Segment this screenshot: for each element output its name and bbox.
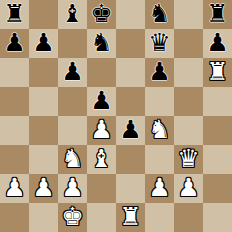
square-e1[interactable]: ♜	[116, 203, 145, 232]
square-e3[interactable]	[116, 145, 145, 174]
piece-black-rook[interactable]: ♜	[3, 0, 25, 28]
square-h7[interactable]: ♟	[203, 29, 232, 58]
piece-white-bishop[interactable]: ♝	[90, 144, 112, 173]
square-b8[interactable]	[29, 0, 58, 29]
piece-black-queen[interactable]: ♛	[148, 28, 170, 57]
piece-white-king[interactable]: ♚	[61, 202, 83, 231]
square-h6[interactable]: ♜	[203, 58, 232, 87]
square-g6[interactable]	[174, 58, 203, 87]
square-a6[interactable]	[0, 58, 29, 87]
square-b1[interactable]	[29, 203, 58, 232]
square-e7[interactable]	[116, 29, 145, 58]
square-e2[interactable]	[116, 174, 145, 203]
piece-white-rook[interactable]: ♜	[119, 202, 141, 231]
piece-black-pawn[interactable]: ♟	[61, 57, 83, 86]
square-c2[interactable]: ♟	[58, 174, 87, 203]
piece-black-rook[interactable]: ♜	[206, 0, 228, 28]
square-a2[interactable]: ♟	[0, 174, 29, 203]
square-b5[interactable]	[29, 87, 58, 116]
square-d3[interactable]: ♝	[87, 145, 116, 174]
chess-board-container: ♜♝♚♞♜♟♟♞♛♟♟♟♜♟♟♟♞♞♝♛♟♟♟♟♟♚♜	[0, 0, 232, 232]
square-e8[interactable]	[116, 0, 145, 29]
square-h2[interactable]	[203, 174, 232, 203]
square-e6[interactable]	[116, 58, 145, 87]
square-h1[interactable]	[203, 203, 232, 232]
piece-white-pawn[interactable]: ♟	[148, 173, 170, 202]
square-f1[interactable]	[145, 203, 174, 232]
square-h3[interactable]	[203, 145, 232, 174]
square-d2[interactable]	[87, 174, 116, 203]
square-b7[interactable]: ♟	[29, 29, 58, 58]
square-g8[interactable]	[174, 0, 203, 29]
square-h8[interactable]: ♜	[203, 0, 232, 29]
piece-black-pawn[interactable]: ♟	[148, 57, 170, 86]
piece-white-pawn[interactable]: ♟	[177, 173, 199, 202]
square-c3[interactable]: ♞	[58, 145, 87, 174]
piece-black-pawn[interactable]: ♟	[119, 115, 141, 144]
piece-black-pawn[interactable]: ♟	[206, 28, 228, 57]
square-e4[interactable]: ♟	[116, 116, 145, 145]
square-g1[interactable]	[174, 203, 203, 232]
square-a3[interactable]	[0, 145, 29, 174]
square-a5[interactable]	[0, 87, 29, 116]
piece-white-queen[interactable]: ♛	[177, 144, 199, 173]
square-g5[interactable]	[174, 87, 203, 116]
piece-black-king[interactable]: ♚	[90, 0, 112, 28]
chess-board: ♜♝♚♞♜♟♟♞♛♟♟♟♜♟♟♟♞♞♝♛♟♟♟♟♟♚♜	[0, 0, 232, 232]
square-f3[interactable]	[145, 145, 174, 174]
square-c6[interactable]: ♟	[58, 58, 87, 87]
piece-white-pawn[interactable]: ♟	[32, 173, 54, 202]
square-a1[interactable]	[0, 203, 29, 232]
square-d5[interactable]: ♟	[87, 87, 116, 116]
square-b6[interactable]	[29, 58, 58, 87]
square-g3[interactable]: ♛	[174, 145, 203, 174]
piece-black-pawn[interactable]: ♟	[3, 28, 25, 57]
square-g7[interactable]	[174, 29, 203, 58]
square-f5[interactable]	[145, 87, 174, 116]
piece-black-knight[interactable]: ♞	[148, 0, 170, 28]
square-e5[interactable]	[116, 87, 145, 116]
piece-white-rook[interactable]: ♜	[206, 57, 228, 86]
square-f2[interactable]: ♟	[145, 174, 174, 203]
square-c8[interactable]: ♝	[58, 0, 87, 29]
piece-white-knight[interactable]: ♞	[148, 115, 170, 144]
square-d4[interactable]: ♟	[87, 116, 116, 145]
piece-black-pawn[interactable]: ♟	[90, 86, 112, 115]
square-d8[interactable]: ♚	[87, 0, 116, 29]
square-c7[interactable]	[58, 29, 87, 58]
square-d6[interactable]	[87, 58, 116, 87]
square-c1[interactable]: ♚	[58, 203, 87, 232]
square-f4[interactable]: ♞	[145, 116, 174, 145]
square-c4[interactable]	[58, 116, 87, 145]
square-a7[interactable]: ♟	[0, 29, 29, 58]
square-c5[interactable]	[58, 87, 87, 116]
piece-black-bishop[interactable]: ♝	[61, 0, 83, 28]
square-g4[interactable]	[174, 116, 203, 145]
square-f8[interactable]: ♞	[145, 0, 174, 29]
square-h5[interactable]	[203, 87, 232, 116]
square-b3[interactable]	[29, 145, 58, 174]
square-g2[interactable]: ♟	[174, 174, 203, 203]
square-b2[interactable]: ♟	[29, 174, 58, 203]
square-a4[interactable]	[0, 116, 29, 145]
square-d1[interactable]	[87, 203, 116, 232]
square-d7[interactable]: ♞	[87, 29, 116, 58]
piece-black-pawn[interactable]: ♟	[32, 28, 54, 57]
piece-white-knight[interactable]: ♞	[61, 144, 83, 173]
piece-black-knight[interactable]: ♞	[90, 28, 112, 57]
square-f7[interactable]: ♛	[145, 29, 174, 58]
square-a8[interactable]: ♜	[0, 0, 29, 29]
square-f6[interactable]: ♟	[145, 58, 174, 87]
piece-white-pawn[interactable]: ♟	[90, 115, 112, 144]
piece-white-pawn[interactable]: ♟	[3, 173, 25, 202]
square-h4[interactable]	[203, 116, 232, 145]
square-b4[interactable]	[29, 116, 58, 145]
piece-white-pawn[interactable]: ♟	[61, 173, 83, 202]
